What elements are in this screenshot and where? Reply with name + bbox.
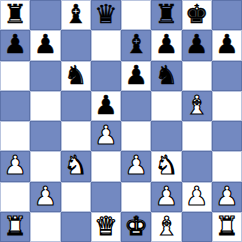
square-c7[interactable]	[61, 30, 91, 60]
square-g7[interactable]: ♟	[182, 30, 212, 60]
white-bishop[interactable]: ♝	[185, 91, 208, 120]
square-g3[interactable]	[182, 151, 212, 181]
square-d3[interactable]	[91, 151, 121, 181]
square-b5[interactable]	[30, 91, 60, 121]
black-pawn[interactable]: ♟	[155, 30, 178, 59]
black-knight[interactable]: ♞	[155, 61, 178, 90]
black-rook[interactable]: ♜	[3, 0, 26, 29]
square-b4[interactable]	[30, 121, 60, 151]
square-d5[interactable]: ♟	[91, 91, 121, 121]
square-e7[interactable]: ♝	[121, 30, 151, 60]
black-pawn[interactable]: ♟	[94, 91, 117, 120]
square-f8[interactable]: ♜	[151, 0, 181, 30]
white-queen[interactable]: ♛	[94, 212, 117, 241]
square-a5[interactable]	[0, 91, 30, 121]
square-a2[interactable]	[0, 182, 30, 212]
white-rook[interactable]: ♜	[3, 212, 26, 241]
black-king[interactable]: ♚	[185, 0, 208, 29]
square-b3[interactable]	[30, 151, 60, 181]
square-g2[interactable]: ♟	[182, 182, 212, 212]
square-a1[interactable]: ♜	[0, 212, 30, 242]
square-f4[interactable]	[151, 121, 181, 151]
square-b6[interactable]	[30, 61, 60, 91]
square-e5[interactable]	[121, 91, 151, 121]
black-knight[interactable]: ♞	[64, 61, 87, 90]
white-pawn[interactable]: ♟	[94, 121, 117, 150]
square-a7[interactable]: ♟	[0, 30, 30, 60]
black-pawn[interactable]: ♟	[215, 30, 238, 59]
square-a8[interactable]: ♜	[0, 0, 30, 30]
square-g8[interactable]: ♚	[182, 0, 212, 30]
black-pawn[interactable]: ♟	[124, 61, 147, 90]
black-bishop[interactable]: ♝	[124, 30, 147, 59]
square-h6[interactable]	[212, 61, 242, 91]
black-bishop[interactable]: ♝	[64, 0, 87, 29]
black-pawn[interactable]: ♟	[3, 30, 26, 59]
square-d8[interactable]: ♛	[91, 0, 121, 30]
square-e3[interactable]: ♟	[121, 151, 151, 181]
white-pawn[interactable]: ♟	[155, 182, 178, 211]
square-b1[interactable]	[30, 212, 60, 242]
square-b7[interactable]: ♟	[30, 30, 60, 60]
square-h2[interactable]: ♟	[212, 182, 242, 212]
square-e8[interactable]	[121, 0, 151, 30]
square-f6[interactable]: ♞	[151, 61, 181, 91]
white-pawn[interactable]: ♟	[124, 151, 147, 180]
square-g5[interactable]: ♝	[182, 91, 212, 121]
square-d4[interactable]: ♟	[91, 121, 121, 151]
square-b8[interactable]	[30, 0, 60, 30]
white-king[interactable]: ♚	[124, 212, 147, 241]
square-h1[interactable]: ♜	[212, 212, 242, 242]
square-c1[interactable]	[61, 212, 91, 242]
square-f2[interactable]: ♟	[151, 182, 181, 212]
square-c3[interactable]: ♞	[61, 151, 91, 181]
square-h5[interactable]	[212, 91, 242, 121]
square-c4[interactable]	[61, 121, 91, 151]
white-pawn[interactable]: ♟	[185, 182, 208, 211]
square-h8[interactable]	[212, 0, 242, 30]
black-rook[interactable]: ♜	[155, 0, 178, 29]
white-knight[interactable]: ♞	[155, 151, 178, 180]
white-bishop[interactable]: ♝	[155, 212, 178, 241]
square-d6[interactable]	[91, 61, 121, 91]
square-c8[interactable]: ♝	[61, 0, 91, 30]
white-pawn[interactable]: ♟	[34, 182, 57, 211]
square-d7[interactable]	[91, 30, 121, 60]
square-e4[interactable]	[121, 121, 151, 151]
square-a3[interactable]: ♟	[0, 151, 30, 181]
square-a6[interactable]	[0, 61, 30, 91]
white-knight[interactable]: ♞	[64, 151, 87, 180]
square-g6[interactable]	[182, 61, 212, 91]
square-d2[interactable]	[91, 182, 121, 212]
black-queen[interactable]: ♛	[94, 0, 117, 29]
square-h4[interactable]	[212, 121, 242, 151]
square-a4[interactable]	[0, 121, 30, 151]
white-pawn[interactable]: ♟	[215, 182, 238, 211]
square-g1[interactable]	[182, 212, 212, 242]
square-h7[interactable]: ♟	[212, 30, 242, 60]
square-f3[interactable]: ♞	[151, 151, 181, 181]
square-e2[interactable]	[121, 182, 151, 212]
square-c2[interactable]	[61, 182, 91, 212]
square-f1[interactable]: ♝	[151, 212, 181, 242]
chess-board: ♜♝♛♜♚♟♟♝♟♟♟♞♟♞♟♝♟♟♞♟♞♟♟♟♟♜♛♚♝♜	[0, 0, 242, 242]
square-c6[interactable]: ♞	[61, 61, 91, 91]
black-pawn[interactable]: ♟	[34, 30, 57, 59]
square-h3[interactable]	[212, 151, 242, 181]
square-c5[interactable]	[61, 91, 91, 121]
square-d1[interactable]: ♛	[91, 212, 121, 242]
square-f7[interactable]: ♟	[151, 30, 181, 60]
white-rook[interactable]: ♜	[215, 212, 238, 241]
square-g4[interactable]	[182, 121, 212, 151]
chess-board-container: ♜♝♛♜♚♟♟♝♟♟♟♞♟♞♟♝♟♟♞♟♞♟♟♟♟♜♛♚♝♜	[0, 0, 242, 242]
square-f5[interactable]	[151, 91, 181, 121]
square-e1[interactable]: ♚	[121, 212, 151, 242]
black-pawn[interactable]: ♟	[185, 30, 208, 59]
square-e6[interactable]: ♟	[121, 61, 151, 91]
square-b2[interactable]: ♟	[30, 182, 60, 212]
white-pawn[interactable]: ♟	[3, 151, 26, 180]
